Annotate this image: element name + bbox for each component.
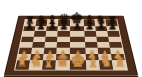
board-front-edge xyxy=(4,76,138,77)
piece-white-rook-h1[interactable]: ♜ xyxy=(114,57,125,70)
piece-white-knight-b1[interactable]: ♞ xyxy=(29,56,42,70)
piece-white-rook-a1[interactable]: ♜ xyxy=(16,57,27,70)
piece-black-pawn-d7[interactable]: ♟ xyxy=(60,22,69,32)
piece-black-pawn-g7[interactable]: ♟ xyxy=(97,22,106,32)
square-d1[interactable]: ♛ xyxy=(56,60,71,70)
piece-white-queen-d1[interactable]: ♛ xyxy=(56,54,70,70)
piece-black-pawn-b7[interactable]: ♟ xyxy=(36,22,45,32)
piece-black-pawn-h7[interactable]: ♟ xyxy=(109,22,118,32)
piece-black-pawn-c7[interactable]: ♟ xyxy=(48,22,57,32)
square-b7[interactable]: ♟ xyxy=(35,26,47,31)
square-c7[interactable]: ♟ xyxy=(46,26,58,31)
square-e1[interactable]: ♚ xyxy=(70,60,86,70)
board-inner-border: ♜♞♝♛♚♝♞♜♟♟♟♟♟♟♟♟♟♟♟♟♟♟♟♟♜♞♝♛♚♝♞♜ xyxy=(14,19,128,70)
square-a7[interactable]: ♟ xyxy=(23,26,35,31)
chessboard-photo: ♜♞♝♛♚♝♞♜♟♟♟♟♟♟♟♟♟♟♟♟♟♟♟♟♜♞♝♛♚♝♞♜ xyxy=(0,0,142,77)
board-frame: ♜♞♝♛♚♝♞♜♟♟♟♟♟♟♟♟♟♟♟♟♟♟♟♟♜♞♝♛♚♝♞♜ xyxy=(4,16,138,76)
square-f7[interactable]: ♟ xyxy=(84,26,96,31)
piece-white-bishop-f1[interactable]: ♝ xyxy=(86,55,99,69)
square-h1[interactable]: ♜ xyxy=(112,60,127,70)
piece-black-pawn-a7[interactable]: ♟ xyxy=(25,22,34,32)
piece-white-bishop-c1[interactable]: ♝ xyxy=(43,55,56,69)
board-scene: ♜♞♝♛♚♝♞♜♟♟♟♟♟♟♟♟♟♟♟♟♟♟♟♟♜♞♝♛♚♝♞♜ xyxy=(0,0,142,77)
piece-white-knight-g1[interactable]: ♞ xyxy=(100,56,113,70)
piece-black-pawn-f7[interactable]: ♟ xyxy=(86,22,95,32)
piece-white-king-e1[interactable]: ♚ xyxy=(70,52,86,70)
square-g1[interactable]: ♞ xyxy=(99,60,114,70)
piece-black-pawn-e7[interactable]: ♟ xyxy=(73,22,82,32)
square-f1[interactable]: ♝ xyxy=(86,60,100,70)
chess-board: ♜♞♝♛♚♝♞♜♟♟♟♟♟♟♟♟♟♟♟♟♟♟♟♟♜♞♝♛♚♝♞♜ xyxy=(15,19,126,69)
square-c1[interactable]: ♝ xyxy=(42,60,56,70)
